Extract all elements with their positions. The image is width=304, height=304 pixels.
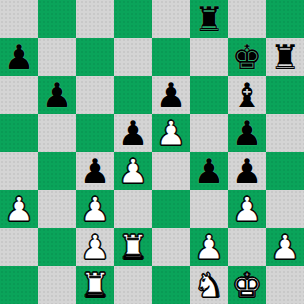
square-d5[interactable]: ♟ <box>114 114 152 152</box>
square-b8[interactable] <box>38 0 76 38</box>
square-f6[interactable] <box>190 76 228 114</box>
square-d1[interactable] <box>114 266 152 304</box>
square-h4[interactable] <box>266 152 304 190</box>
black-pawn-piece: ♟ <box>232 114 262 152</box>
square-f4[interactable]: ♟ <box>190 152 228 190</box>
square-c4[interactable]: ♟ <box>76 152 114 190</box>
black-rook-piece: ♜ <box>194 0 224 38</box>
square-c8[interactable] <box>76 0 114 38</box>
black-pawn-piece: ♟ <box>194 152 224 190</box>
square-c5[interactable] <box>76 114 114 152</box>
square-b6[interactable]: ♟ <box>38 76 76 114</box>
square-a7[interactable]: ♟ <box>0 38 38 76</box>
square-b4[interactable] <box>38 152 76 190</box>
square-h6[interactable] <box>266 76 304 114</box>
black-pawn-piece: ♟ <box>156 76 186 114</box>
square-f3[interactable] <box>190 190 228 228</box>
white-knight-piece: ♞ <box>194 266 224 304</box>
square-b3[interactable] <box>38 190 76 228</box>
square-f2[interactable]: ♟ <box>190 228 228 266</box>
square-a3[interactable]: ♟ <box>0 190 38 228</box>
square-h8[interactable] <box>266 0 304 38</box>
square-c7[interactable] <box>76 38 114 76</box>
chess-board: ♜♟♚♜♟♟♝♟♟♟♟♟♟♟♟♟♟♟♜♟♟♜♞♚ <box>0 0 304 304</box>
square-h3[interactable] <box>266 190 304 228</box>
square-g5[interactable]: ♟ <box>228 114 266 152</box>
square-b1[interactable] <box>38 266 76 304</box>
square-f5[interactable] <box>190 114 228 152</box>
black-pawn-piece: ♟ <box>232 152 262 190</box>
square-d3[interactable] <box>114 190 152 228</box>
square-b7[interactable] <box>38 38 76 76</box>
white-pawn-piece: ♟ <box>80 228 110 266</box>
square-d7[interactable] <box>114 38 152 76</box>
square-e5[interactable]: ♟ <box>152 114 190 152</box>
black-pawn-piece: ♟ <box>118 114 148 152</box>
black-pawn-piece: ♟ <box>42 76 72 114</box>
square-g8[interactable] <box>228 0 266 38</box>
black-rook-piece: ♜ <box>270 38 300 76</box>
square-f1[interactable]: ♞ <box>190 266 228 304</box>
square-d4[interactable]: ♟ <box>114 152 152 190</box>
square-d6[interactable] <box>114 76 152 114</box>
square-c1[interactable]: ♜ <box>76 266 114 304</box>
white-king-piece: ♚ <box>232 266 262 304</box>
white-pawn-piece: ♟ <box>232 190 262 228</box>
square-g4[interactable]: ♟ <box>228 152 266 190</box>
square-h2[interactable]: ♟ <box>266 228 304 266</box>
square-e7[interactable] <box>152 38 190 76</box>
square-e1[interactable] <box>152 266 190 304</box>
square-a8[interactable] <box>0 0 38 38</box>
square-f7[interactable] <box>190 38 228 76</box>
square-c6[interactable] <box>76 76 114 114</box>
black-pawn-piece: ♟ <box>80 152 110 190</box>
white-pawn-piece: ♟ <box>156 114 186 152</box>
square-a5[interactable] <box>0 114 38 152</box>
white-pawn-piece: ♟ <box>270 228 300 266</box>
square-h7[interactable]: ♜ <box>266 38 304 76</box>
square-a4[interactable] <box>0 152 38 190</box>
square-d2[interactable]: ♜ <box>114 228 152 266</box>
white-pawn-piece: ♟ <box>118 152 148 190</box>
square-c2[interactable]: ♟ <box>76 228 114 266</box>
square-c3[interactable]: ♟ <box>76 190 114 228</box>
square-a1[interactable] <box>0 266 38 304</box>
square-g7[interactable]: ♚ <box>228 38 266 76</box>
square-d8[interactable] <box>114 0 152 38</box>
square-g3[interactable]: ♟ <box>228 190 266 228</box>
white-rook-piece: ♜ <box>118 228 148 266</box>
square-g6[interactable]: ♝ <box>228 76 266 114</box>
white-pawn-piece: ♟ <box>194 228 224 266</box>
black-bishop-piece: ♝ <box>232 76 262 114</box>
black-pawn-piece: ♟ <box>4 38 34 76</box>
square-g2[interactable] <box>228 228 266 266</box>
square-b2[interactable] <box>38 228 76 266</box>
square-h1[interactable] <box>266 266 304 304</box>
white-pawn-piece: ♟ <box>80 190 110 228</box>
square-e6[interactable]: ♟ <box>152 76 190 114</box>
square-a6[interactable] <box>0 76 38 114</box>
black-king-piece: ♚ <box>232 38 262 76</box>
square-g1[interactable]: ♚ <box>228 266 266 304</box>
white-pawn-piece: ♟ <box>4 190 34 228</box>
square-e8[interactable] <box>152 0 190 38</box>
white-rook-piece: ♜ <box>80 266 110 304</box>
square-a2[interactable] <box>0 228 38 266</box>
square-h5[interactable] <box>266 114 304 152</box>
square-f8[interactable]: ♜ <box>190 0 228 38</box>
square-b5[interactable] <box>38 114 76 152</box>
square-e2[interactable] <box>152 228 190 266</box>
square-e3[interactable] <box>152 190 190 228</box>
square-e4[interactable] <box>152 152 190 190</box>
